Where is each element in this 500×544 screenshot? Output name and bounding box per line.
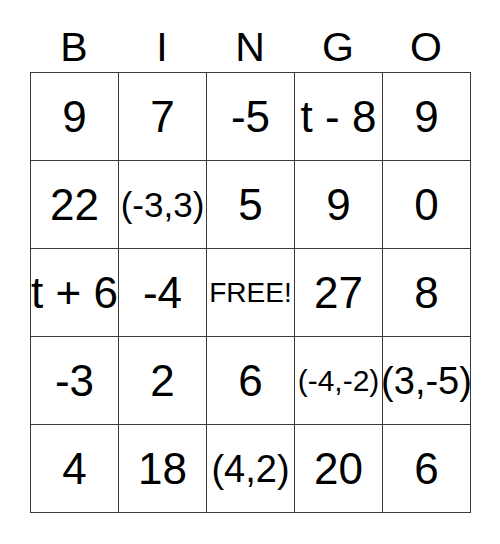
cell-r1-c2[interactable]: 7 [119,73,207,161]
cell-r4-c3[interactable]: 6 [207,337,295,425]
cell-r2-c5[interactable]: 0 [383,161,471,249]
header-letter-n: N [206,16,294,70]
cell-r4-c5[interactable]: (3,-5) [383,337,471,425]
cell-r3-c3-free-space[interactable]: FREE! [207,249,295,337]
cell-r4-c1[interactable]: -3 [31,337,119,425]
header-letter-i: I [118,16,206,70]
cell-r3-c1[interactable]: t + 6 [31,249,119,337]
cell-r3-c5[interactable]: 8 [383,249,471,337]
cell-r3-c4[interactable]: 27 [295,249,383,337]
cell-r1-c3[interactable]: -5 [207,73,295,161]
header-letter-g: G [294,16,382,70]
cell-r1-c1[interactable]: 9 [31,73,119,161]
cell-r1-c4[interactable]: t - 8 [295,73,383,161]
cell-r2-c3[interactable]: 5 [207,161,295,249]
cell-r5-c3[interactable]: (4,2) [207,425,295,513]
cell-r2-c1[interactable]: 22 [31,161,119,249]
cell-r5-c5[interactable]: 6 [383,425,471,513]
header-letter-b: B [30,16,118,70]
bingo-grid: 9 7 -5 t - 8 9 22 (-3,3) 5 9 0 t + 6 -4 … [30,72,471,513]
cell-r5-c2[interactable]: 18 [119,425,207,513]
cell-r4-c2[interactable]: 2 [119,337,207,425]
cell-r2-c4[interactable]: 9 [295,161,383,249]
cell-r5-c1[interactable]: 4 [31,425,119,513]
header-letter-o: O [382,16,470,70]
bingo-header: B I N G O [30,16,470,70]
cell-r3-c2[interactable]: -4 [119,249,207,337]
cell-r1-c5[interactable]: 9 [383,73,471,161]
cell-r2-c2[interactable]: (-3,3) [119,161,207,249]
cell-r5-c4[interactable]: 20 [295,425,383,513]
cell-r4-c4[interactable]: (-4,-2) [295,337,383,425]
